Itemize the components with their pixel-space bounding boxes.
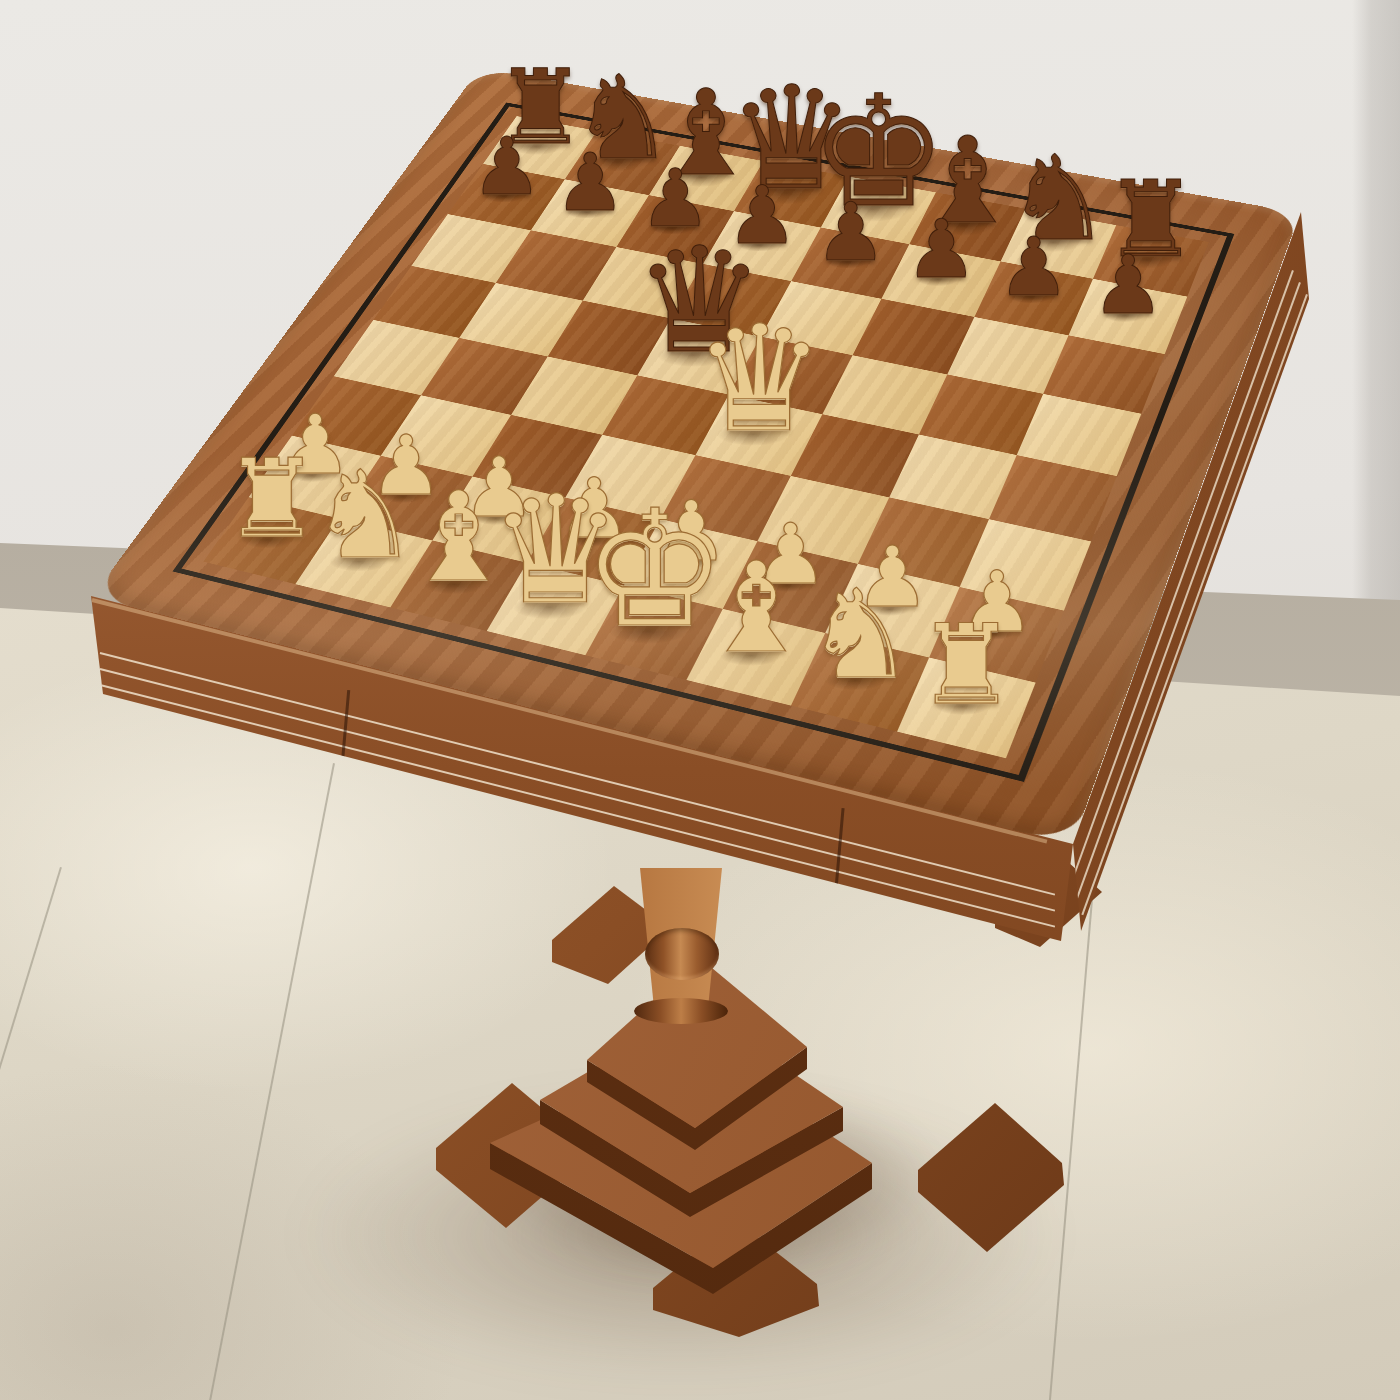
- pedestal-collar: [634, 998, 728, 1024]
- tile-grout-line: [0, 867, 62, 1073]
- pedestal-turning: [645, 928, 719, 980]
- drawer-seam: [834, 808, 844, 890]
- wall-corner: [1352, 0, 1400, 700]
- tile-grout-line: [207, 763, 335, 1400]
- chess-table-photo: ♜♞♝♛♚♝♞♜♟♟♟♟♟♟♟♟♛♛♟♟♟♟♟♟♟♟♜♞♝♛♚♝♞♜: [0, 0, 1400, 1400]
- drawer-seam: [341, 690, 350, 764]
